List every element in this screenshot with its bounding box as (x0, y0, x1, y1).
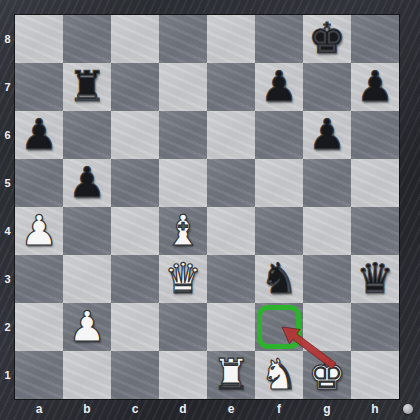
square-b3[interactable] (63, 255, 111, 303)
square-b7[interactable]: ♜ (63, 63, 111, 111)
square-c3[interactable] (111, 255, 159, 303)
square-h3[interactable]: ♛ (351, 255, 399, 303)
black-knight-f3[interactable]: ♞ (255, 255, 303, 303)
rank-label-7: 7 (0, 63, 15, 111)
square-h4[interactable] (351, 207, 399, 255)
rank-label-8: 8 (0, 15, 15, 63)
file-label-c: c (111, 399, 159, 420)
rank-label-5: 5 (0, 159, 15, 207)
white-knight-f1[interactable]: ♞ (255, 351, 303, 399)
square-c6[interactable] (111, 111, 159, 159)
file-label-b: b (63, 399, 111, 420)
square-b6[interactable] (63, 111, 111, 159)
square-g1[interactable]: ♚ (303, 351, 351, 399)
square-b1[interactable] (63, 351, 111, 399)
white-king-g1[interactable]: ♚ (303, 351, 351, 399)
white-rook-e1[interactable]: ♜ (207, 351, 255, 399)
square-a6[interactable]: ♟ (15, 111, 63, 159)
square-g8[interactable]: ♚ (303, 15, 351, 63)
black-queen-h3[interactable]: ♛ (351, 255, 399, 303)
square-d7[interactable] (159, 63, 207, 111)
square-g4[interactable] (303, 207, 351, 255)
square-h6[interactable] (351, 111, 399, 159)
corner-dot-decoration (403, 404, 413, 414)
square-a8[interactable] (15, 15, 63, 63)
square-f2[interactable] (255, 303, 303, 351)
square-b8[interactable] (63, 15, 111, 63)
square-f4[interactable] (255, 207, 303, 255)
square-h5[interactable] (351, 159, 399, 207)
square-b5[interactable]: ♟ (63, 159, 111, 207)
square-e2[interactable] (207, 303, 255, 351)
square-a3[interactable] (15, 255, 63, 303)
square-a2[interactable] (15, 303, 63, 351)
file-label-h: h (351, 399, 399, 420)
white-pawn-b2[interactable]: ♟ (63, 303, 111, 351)
square-c1[interactable] (111, 351, 159, 399)
rank-label-3: 3 (0, 255, 15, 303)
square-f5[interactable] (255, 159, 303, 207)
square-h7[interactable]: ♟ (351, 63, 399, 111)
square-b4[interactable] (63, 207, 111, 255)
rank-label-6: 6 (0, 111, 15, 159)
square-d1[interactable] (159, 351, 207, 399)
square-c5[interactable] (111, 159, 159, 207)
file-label-g: g (303, 399, 351, 420)
square-f7[interactable]: ♟ (255, 63, 303, 111)
square-b2[interactable]: ♟ (63, 303, 111, 351)
white-bishop-d4[interactable]: ♝ (159, 207, 207, 255)
black-pawn-b5[interactable]: ♟ (63, 159, 111, 207)
black-pawn-a6[interactable]: ♟ (15, 111, 63, 159)
square-e7[interactable] (207, 63, 255, 111)
white-queen-d3[interactable]: ♛ (159, 255, 207, 303)
square-h2[interactable] (351, 303, 399, 351)
square-e5[interactable] (207, 159, 255, 207)
file-label-f: f (255, 399, 303, 420)
square-a7[interactable] (15, 63, 63, 111)
square-d3[interactable]: ♛ (159, 255, 207, 303)
square-g3[interactable] (303, 255, 351, 303)
square-f1[interactable]: ♞ (255, 351, 303, 399)
square-a1[interactable] (15, 351, 63, 399)
square-h8[interactable] (351, 15, 399, 63)
black-king-g8[interactable]: ♚ (303, 15, 351, 63)
square-f8[interactable] (255, 15, 303, 63)
black-pawn-h7[interactable]: ♟ (351, 63, 399, 111)
black-rook-b7[interactable]: ♜ (63, 63, 111, 111)
square-g5[interactable] (303, 159, 351, 207)
square-e4[interactable] (207, 207, 255, 255)
square-g7[interactable] (303, 63, 351, 111)
rank-label-2: 2 (0, 303, 15, 351)
square-e8[interactable] (207, 15, 255, 63)
file-label-d: d (159, 399, 207, 420)
square-d8[interactable] (159, 15, 207, 63)
square-c2[interactable] (111, 303, 159, 351)
square-c8[interactable] (111, 15, 159, 63)
square-e6[interactable] (207, 111, 255, 159)
file-label-a: a (15, 399, 63, 420)
square-e3[interactable] (207, 255, 255, 303)
square-d2[interactable] (159, 303, 207, 351)
black-pawn-f7[interactable]: ♟ (255, 63, 303, 111)
square-c7[interactable] (111, 63, 159, 111)
square-d6[interactable] (159, 111, 207, 159)
file-label-e: e (207, 399, 255, 420)
white-pawn-a4[interactable]: ♟ (15, 207, 63, 255)
square-g2[interactable] (303, 303, 351, 351)
square-f3[interactable]: ♞ (255, 255, 303, 303)
rank-label-1: 1 (0, 351, 15, 399)
square-h1[interactable] (351, 351, 399, 399)
chess-app-window: ♚♜♟♟♟♟♟♟♝♛♞♛♟♜♞♚ 87654321 abcdefgh (0, 0, 420, 420)
chess-board[interactable]: ♚♜♟♟♟♟♟♟♝♛♞♛♟♜♞♚ (15, 15, 399, 399)
square-f6[interactable] (255, 111, 303, 159)
black-pawn-g6[interactable]: ♟ (303, 111, 351, 159)
square-d5[interactable] (159, 159, 207, 207)
square-g6[interactable]: ♟ (303, 111, 351, 159)
square-a4[interactable]: ♟ (15, 207, 63, 255)
square-c4[interactable] (111, 207, 159, 255)
square-e1[interactable]: ♜ (207, 351, 255, 399)
square-a5[interactable] (15, 159, 63, 207)
square-d4[interactable]: ♝ (159, 207, 207, 255)
rank-label-4: 4 (0, 207, 15, 255)
